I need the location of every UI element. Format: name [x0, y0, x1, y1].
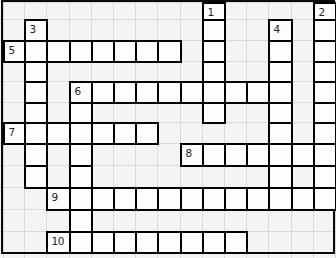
cell-r5c10[interactable]	[202, 81, 226, 104]
cell-r7c15[interactable]	[313, 122, 336, 145]
cell-r8c12[interactable]	[246, 143, 270, 167]
cell-r10c9[interactable]	[180, 187, 204, 211]
cell-r6c13[interactable]	[268, 102, 293, 124]
cell-r3c8[interactable]	[157, 40, 182, 63]
cell-r4c2[interactable]	[24, 61, 48, 83]
cell-r10c15[interactable]	[313, 187, 336, 211]
cell-r3c4[interactable]	[69, 40, 93, 63]
cell-r12c5[interactable]	[91, 231, 115, 254]
cell-r12c9[interactable]	[180, 231, 204, 254]
cell-r9c4[interactable]	[69, 165, 93, 189]
cell-r3c10[interactable]	[202, 40, 226, 63]
cell-r4c15[interactable]	[313, 61, 336, 83]
cell-r2c13[interactable]: 4	[268, 19, 293, 42]
clue-number-6: 6	[71, 83, 91, 96]
cell-r2c15[interactable]	[313, 19, 336, 42]
clue-number-1: 1	[204, 4, 224, 17]
clue-number-4: 4	[270, 21, 291, 34]
cell-r8c13[interactable]	[268, 143, 293, 167]
cell-r3c6[interactable]	[113, 40, 137, 63]
cell-r8c11[interactable]	[224, 143, 248, 167]
cell-r10c14[interactable]	[291, 187, 315, 211]
cell-r10c6[interactable]	[113, 187, 137, 211]
cell-r10c5[interactable]	[91, 187, 115, 211]
cell-r3c2[interactable]	[24, 40, 48, 63]
cell-r3c1[interactable]: 5	[3, 40, 26, 63]
cell-r12c10[interactable]	[202, 231, 226, 254]
cell-r4c10[interactable]	[202, 61, 226, 83]
cell-r8c15[interactable]	[313, 143, 336, 167]
cell-r10c8[interactable]	[157, 187, 182, 211]
cell-r3c3[interactable]	[46, 40, 71, 63]
cell-r6c4[interactable]	[69, 102, 93, 124]
cell-r5c2[interactable]	[24, 81, 48, 104]
cell-r7c13[interactable]	[268, 122, 293, 145]
cell-r5c4[interactable]: 6	[69, 81, 93, 104]
cell-r10c4[interactable]	[69, 187, 93, 211]
cell-r7c6[interactable]	[113, 122, 137, 145]
cell-r6c2[interactable]	[24, 102, 48, 124]
clue-number-3: 3	[26, 21, 46, 34]
cell-r7c2[interactable]	[24, 122, 48, 145]
cell-r7c3[interactable]	[46, 122, 71, 145]
cell-r10c12[interactable]	[246, 187, 270, 211]
cell-r8c14[interactable]	[291, 143, 315, 167]
cell-r7c4[interactable]	[69, 122, 93, 145]
cell-r5c8[interactable]	[157, 81, 182, 104]
cell-r10c7[interactable]	[135, 187, 159, 211]
cell-r8c4[interactable]	[69, 143, 93, 167]
cell-r2c2[interactable]: 3	[24, 19, 48, 42]
cell-r8c2[interactable]	[24, 143, 48, 167]
clue-number-7: 7	[5, 124, 24, 137]
cell-r5c7[interactable]	[135, 81, 159, 104]
clue-number-10: 10	[48, 233, 69, 246]
cell-r9c15[interactable]	[313, 165, 336, 189]
cell-r7c7[interactable]	[135, 122, 159, 145]
cell-r5c13[interactable]	[268, 81, 293, 104]
cell-r12c6[interactable]	[113, 231, 137, 254]
cell-r6c10[interactable]	[202, 102, 226, 124]
cell-r5c15[interactable]	[313, 81, 336, 104]
cell-r12c4[interactable]	[69, 231, 93, 254]
cell-r3c5[interactable]	[91, 40, 115, 63]
cell-r10c13[interactable]	[268, 187, 293, 211]
cell-r10c3[interactable]: 9	[46, 187, 71, 211]
cell-r3c13[interactable]	[268, 40, 293, 63]
cell-r7c5[interactable]	[91, 122, 115, 145]
clue-number-9: 9	[48, 189, 69, 202]
cell-r12c3[interactable]: 10	[46, 231, 71, 254]
cell-r11c4[interactable]	[69, 209, 93, 233]
cell-r6c15[interactable]	[313, 102, 336, 124]
cell-r8c9[interactable]: 8	[180, 143, 204, 167]
cell-r5c5[interactable]	[91, 81, 115, 104]
cell-r8c10[interactable]	[202, 143, 226, 167]
clue-number-5: 5	[5, 42, 24, 55]
cell-r3c15[interactable]	[313, 40, 336, 63]
cell-r5c11[interactable]	[224, 81, 248, 104]
crossword-screenshot: 12345678910	[0, 0, 336, 258]
clue-number-8: 8	[182, 145, 202, 158]
clue-number-2: 2	[315, 4, 335, 17]
cell-r4c13[interactable]	[268, 61, 293, 83]
cell-r10c11[interactable]	[224, 187, 248, 211]
cell-r12c8[interactable]	[157, 231, 182, 254]
cell-r12c7[interactable]	[135, 231, 159, 254]
cell-r10c10[interactable]	[202, 187, 226, 211]
cell-r5c6[interactable]	[113, 81, 137, 104]
cell-r9c13[interactable]	[268, 165, 293, 189]
cell-r7c1[interactable]: 7	[3, 122, 26, 145]
cell-r3c7[interactable]	[135, 40, 159, 63]
cell-r5c12[interactable]	[246, 81, 270, 104]
cell-r12c11[interactable]	[224, 231, 248, 254]
cell-r2c10[interactable]	[202, 19, 226, 42]
cell-r5c9[interactable]	[180, 81, 204, 104]
cell-r9c2[interactable]	[24, 165, 48, 189]
